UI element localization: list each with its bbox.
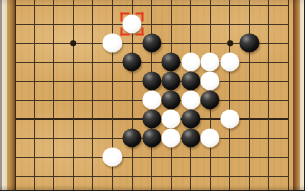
star-point: [227, 40, 233, 46]
board-cell[interactable]: [24, 0, 44, 15]
board-side-right: [293, 0, 300, 190]
board-cell[interactable]: [201, 110, 221, 129]
board-cell[interactable]: [44, 110, 64, 129]
board-cell[interactable]: [201, 34, 221, 53]
board-cell[interactable]: [103, 148, 123, 167]
board-cell[interactable]: [220, 0, 240, 15]
board-cell[interactable]: [142, 129, 162, 148]
board-cell[interactable]: [83, 110, 103, 129]
board-cell[interactable]: [259, 91, 279, 110]
board-cell[interactable]: [181, 110, 201, 129]
white-stone: [201, 71, 220, 90]
board-cell[interactable]: [122, 53, 142, 72]
black-stone: [142, 71, 161, 90]
white-stone: [181, 90, 200, 109]
board-cell[interactable]: [240, 186, 260, 191]
board-cell[interactable]: [259, 186, 279, 191]
board-cell[interactable]: [220, 53, 240, 72]
board-cell[interactable]: [181, 186, 201, 191]
marker-corner: [135, 13, 144, 22]
board-cell[interactable]: [201, 72, 221, 91]
gomoku-app-screenshot: [0, 0, 304, 190]
board-cell[interactable]: [161, 15, 181, 34]
board-cell[interactable]: [259, 129, 279, 148]
black-stone: [181, 71, 200, 90]
board-cell[interactable]: [201, 167, 221, 186]
board-cell[interactable]: [161, 129, 181, 148]
board-cell[interactable]: [24, 15, 44, 34]
board-cell[interactable]: [161, 91, 181, 110]
board-cell[interactable]: [181, 72, 201, 91]
star-point: [71, 40, 77, 46]
board-cell[interactable]: [64, 0, 84, 15]
board-cell[interactable]: [181, 15, 201, 34]
board-cell[interactable]: [240, 15, 260, 34]
board-cell[interactable]: [220, 186, 240, 191]
board-cell[interactable]: [83, 129, 103, 148]
board-cell[interactable]: [259, 72, 279, 91]
board-cell[interactable]: [122, 91, 142, 110]
board-cell[interactable]: [103, 186, 123, 191]
board-cell[interactable]: [122, 72, 142, 91]
white-stone: [103, 147, 122, 166]
white-stone: [142, 90, 161, 109]
black-stone: [122, 52, 141, 71]
board-cell[interactable]: [122, 186, 142, 191]
board-cell[interactable]: [181, 129, 201, 148]
board-cell[interactable]: [181, 0, 201, 15]
board-cell[interactable]: [103, 72, 123, 91]
board-cell[interactable]: [44, 148, 64, 167]
board-cell[interactable]: [103, 167, 123, 186]
board-cell[interactable]: [24, 110, 44, 129]
black-stone: [181, 109, 200, 128]
white-stone: [103, 33, 122, 52]
board-cell[interactable]: [64, 72, 84, 91]
board-cell[interactable]: [122, 110, 142, 129]
board-cell[interactable]: [142, 167, 162, 186]
board-cell[interactable]: [24, 91, 44, 110]
black-stone: [162, 90, 181, 109]
board-cell[interactable]: [181, 167, 201, 186]
board-cell[interactable]: [44, 72, 64, 91]
white-stone: [220, 52, 239, 71]
board-cell[interactable]: [83, 15, 103, 34]
board-cell[interactable]: [64, 167, 84, 186]
board-cell[interactable]: [103, 91, 123, 110]
board-cell[interactable]: [220, 148, 240, 167]
board-cell[interactable]: [142, 72, 162, 91]
board-cell[interactable]: [83, 167, 103, 186]
board-cell[interactable]: [161, 34, 181, 53]
board-cell[interactable]: [201, 148, 221, 167]
board-frame-right: [300, 0, 305, 190]
board-cell[interactable]: [142, 91, 162, 110]
board-cell[interactable]: [44, 186, 64, 191]
board-cell[interactable]: [44, 15, 64, 34]
board-cell[interactable]: [122, 34, 142, 53]
board-cell[interactable]: [240, 110, 260, 129]
board-cell[interactable]: [201, 53, 221, 72]
board-cell[interactable]: [44, 0, 64, 15]
board-cell[interactable]: [259, 15, 279, 34]
board-cell[interactable]: [161, 0, 181, 15]
board-cell[interactable]: [103, 15, 123, 34]
board-cell[interactable]: [201, 15, 221, 34]
board-cell[interactable]: [201, 0, 221, 15]
board-cell[interactable]: [161, 186, 181, 191]
board-cell[interactable]: [259, 0, 279, 15]
white-stone: [201, 52, 220, 71]
board-cell[interactable]: [64, 186, 84, 191]
board-side-left: [7, 0, 15, 190]
board-cell[interactable]: [24, 34, 44, 53]
board-cell[interactable]: [240, 53, 260, 72]
board-cell[interactable]: [83, 186, 103, 191]
board-cell[interactable]: [201, 91, 221, 110]
board-cell[interactable]: [142, 186, 162, 191]
board-cell[interactable]: [181, 148, 201, 167]
board-cell[interactable]: [103, 129, 123, 148]
board-cell[interactable]: [220, 15, 240, 34]
board-cell[interactable]: [259, 148, 279, 167]
board-cell[interactable]: [44, 167, 64, 186]
board-cell[interactable]: [64, 91, 84, 110]
marker-corner: [121, 27, 130, 36]
board-cell[interactable]: [142, 53, 162, 72]
board-cell[interactable]: [240, 91, 260, 110]
board-cell[interactable]: [142, 148, 162, 167]
board-cell[interactable]: [259, 34, 279, 53]
black-stone: [122, 128, 141, 147]
board-cell[interactable]: [240, 167, 260, 186]
board-cell[interactable]: [259, 110, 279, 129]
board-cell[interactable]: [122, 167, 142, 186]
board-cell[interactable]: [220, 167, 240, 186]
white-stone: [162, 128, 181, 147]
board-cell[interactable]: [24, 72, 44, 91]
board-cell[interactable]: [240, 148, 260, 167]
black-stone: [142, 33, 161, 52]
board-cell[interactable]: [240, 0, 260, 15]
board-cell[interactable]: [201, 186, 221, 191]
board-cell[interactable]: [259, 167, 279, 186]
board-cell[interactable]: [161, 110, 181, 129]
board-cell[interactable]: [201, 129, 221, 148]
board-cell[interactable]: [161, 148, 181, 167]
white-stone: [201, 128, 220, 147]
board-cell[interactable]: [64, 15, 84, 34]
board-cell[interactable]: [64, 110, 84, 129]
board-cell[interactable]: [220, 129, 240, 148]
black-stone: [181, 128, 200, 147]
board-cell[interactable]: [122, 15, 142, 34]
board-cell[interactable]: [142, 34, 162, 53]
board-cell[interactable]: [83, 148, 103, 167]
black-stone: [162, 52, 181, 71]
white-stone: [162, 109, 181, 128]
board-cell[interactable]: [220, 110, 240, 129]
board-cell[interactable]: [44, 34, 64, 53]
board-cell[interactable]: [103, 110, 123, 129]
board-cell[interactable]: [103, 34, 123, 53]
board-cell[interactable]: [220, 72, 240, 91]
board-cell[interactable]: [24, 148, 44, 167]
board-cell[interactable]: [103, 0, 123, 15]
black-stone: [240, 33, 259, 52]
board-cell[interactable]: [83, 34, 103, 53]
board-cell[interactable]: [24, 129, 44, 148]
board-cell[interactable]: [181, 91, 201, 110]
board-cell[interactable]: [83, 72, 103, 91]
black-stone: [201, 90, 220, 109]
board-cell[interactable]: [64, 53, 84, 72]
board-cell[interactable]: [142, 110, 162, 129]
black-stone: [142, 128, 161, 147]
board-cell[interactable]: [24, 186, 44, 191]
board-cell[interactable]: [83, 0, 103, 15]
black-stone: [142, 109, 161, 128]
board-cell[interactable]: [64, 148, 84, 167]
marker-corner: [121, 13, 130, 22]
white-stone: [220, 109, 239, 128]
board-cell[interactable]: [161, 72, 181, 91]
board-cell[interactable]: [44, 53, 64, 72]
board-cell[interactable]: [220, 91, 240, 110]
board-cell[interactable]: [122, 129, 142, 148]
board-cell[interactable]: [161, 53, 181, 72]
board-cell[interactable]: [44, 129, 64, 148]
black-stone: [162, 71, 181, 90]
board-cell[interactable]: [103, 53, 123, 72]
board-cell[interactable]: [83, 53, 103, 72]
board-cell[interactable]: [240, 129, 260, 148]
board-cell[interactable]: [122, 148, 142, 167]
board-cell[interactable]: [181, 34, 201, 53]
gomoku-board[interactable]: [5, 0, 298, 190]
board-cell[interactable]: [44, 91, 64, 110]
board-cell[interactable]: [24, 167, 44, 186]
board-cell[interactable]: [259, 53, 279, 72]
white-stone: [181, 52, 200, 71]
marker-corner: [135, 27, 144, 36]
board-cell[interactable]: [64, 129, 84, 148]
board-cell[interactable]: [142, 15, 162, 34]
board-cell[interactable]: [142, 0, 162, 15]
board-cell[interactable]: [161, 167, 181, 186]
board-cell[interactable]: [181, 53, 201, 72]
board-cell[interactable]: [83, 91, 103, 110]
board-cell[interactable]: [24, 53, 44, 72]
board-cell[interactable]: [240, 34, 260, 53]
last-move-marker: [121, 13, 144, 36]
board-cell[interactable]: [240, 72, 260, 91]
